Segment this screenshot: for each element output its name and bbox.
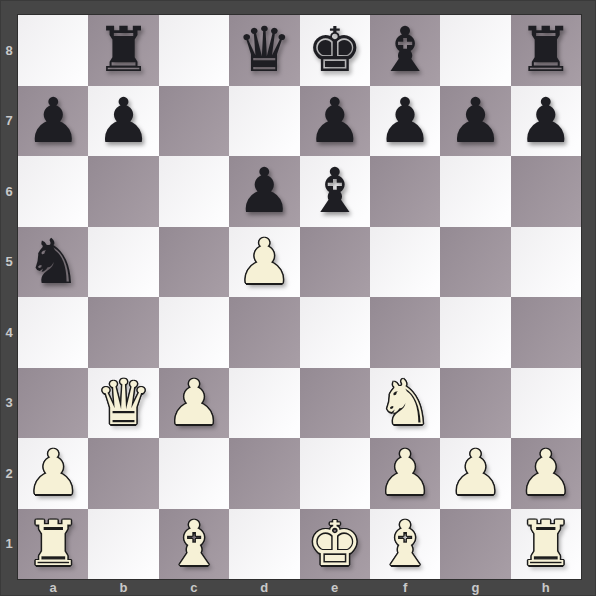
square-g2[interactable]: ♟ (440, 438, 510, 509)
square-g4[interactable] (440, 297, 510, 368)
square-e2[interactable] (300, 438, 370, 509)
file-label-b: b (88, 579, 158, 596)
black-pawn[interactable]: ♟ (237, 160, 293, 222)
square-b3[interactable]: ♛ (88, 368, 158, 439)
square-b5[interactable] (88, 227, 158, 298)
square-g5[interactable] (440, 227, 510, 298)
square-g1[interactable] (440, 509, 510, 580)
square-h2[interactable]: ♟ (511, 438, 581, 509)
square-c2[interactable] (159, 438, 229, 509)
square-h1[interactable]: ♜ (511, 509, 581, 580)
square-c7[interactable] (159, 86, 229, 157)
square-f7[interactable]: ♟ (370, 86, 440, 157)
rank-label-5: 5 (0, 227, 18, 298)
square-h5[interactable] (511, 227, 581, 298)
square-e5[interactable] (300, 227, 370, 298)
white-pawn[interactable]: ♟ (166, 372, 222, 434)
black-rook[interactable]: ♜ (518, 19, 574, 81)
square-b4[interactable] (88, 297, 158, 368)
black-bishop[interactable]: ♝ (377, 19, 433, 81)
square-e1[interactable]: ♚ (300, 509, 370, 580)
rank-label-7: 7 (0, 86, 18, 157)
square-e4[interactable] (300, 297, 370, 368)
square-f4[interactable] (370, 297, 440, 368)
chess-board: ♜♛♚♝♜♟♟♟♟♟♟♟♝♞♟♛♟♞♟♟♟♟♜♝♚♝♜ (18, 15, 581, 579)
square-d7[interactable] (229, 86, 299, 157)
square-b2[interactable] (88, 438, 158, 509)
square-d4[interactable] (229, 297, 299, 368)
rank-label-8: 8 (0, 15, 18, 86)
square-e3[interactable] (300, 368, 370, 439)
white-pawn[interactable]: ♟ (448, 442, 504, 504)
white-pawn[interactable]: ♟ (237, 231, 293, 293)
square-e7[interactable]: ♟ (300, 86, 370, 157)
square-a7[interactable]: ♟ (18, 86, 88, 157)
square-d1[interactable] (229, 509, 299, 580)
white-rook[interactable]: ♜ (25, 513, 81, 575)
file-label-g: g (440, 579, 510, 596)
square-h6[interactable] (511, 156, 581, 227)
square-b8[interactable]: ♜ (88, 15, 158, 86)
square-a3[interactable] (18, 368, 88, 439)
rank-label-2: 2 (0, 438, 18, 509)
file-label-h: h (511, 579, 581, 596)
square-b7[interactable]: ♟ (88, 86, 158, 157)
square-c1[interactable]: ♝ (159, 509, 229, 580)
square-f6[interactable] (370, 156, 440, 227)
square-d5[interactable]: ♟ (229, 227, 299, 298)
black-queen[interactable]: ♛ (237, 19, 293, 81)
square-h8[interactable]: ♜ (511, 15, 581, 86)
white-king[interactable]: ♚ (307, 513, 363, 575)
square-f5[interactable] (370, 227, 440, 298)
square-a8[interactable] (18, 15, 88, 86)
rank-label-3: 3 (0, 368, 18, 439)
square-h7[interactable]: ♟ (511, 86, 581, 157)
square-c5[interactable] (159, 227, 229, 298)
black-knight[interactable]: ♞ (25, 231, 81, 293)
white-knight[interactable]: ♞ (377, 372, 433, 434)
rank-label-6: 6 (0, 156, 18, 227)
square-f2[interactable]: ♟ (370, 438, 440, 509)
square-d6[interactable]: ♟ (229, 156, 299, 227)
white-bishop[interactable]: ♝ (377, 513, 433, 575)
black-bishop[interactable]: ♝ (307, 160, 363, 222)
square-c8[interactable] (159, 15, 229, 86)
square-a2[interactable]: ♟ (18, 438, 88, 509)
square-h3[interactable] (511, 368, 581, 439)
square-b6[interactable] (88, 156, 158, 227)
square-g6[interactable] (440, 156, 510, 227)
square-g7[interactable]: ♟ (440, 86, 510, 157)
square-e8[interactable]: ♚ (300, 15, 370, 86)
black-pawn[interactable]: ♟ (307, 90, 363, 152)
square-d2[interactable] (229, 438, 299, 509)
rank-labels: 87654321 (0, 15, 18, 579)
rank-label-4: 4 (0, 297, 18, 368)
file-label-a: a (18, 579, 88, 596)
square-a5[interactable]: ♞ (18, 227, 88, 298)
black-rook[interactable]: ♜ (96, 19, 152, 81)
black-pawn[interactable]: ♟ (518, 90, 574, 152)
square-f3[interactable]: ♞ (370, 368, 440, 439)
black-pawn[interactable]: ♟ (448, 90, 504, 152)
square-c6[interactable] (159, 156, 229, 227)
square-f8[interactable]: ♝ (370, 15, 440, 86)
square-d8[interactable]: ♛ (229, 15, 299, 86)
chessboard-frame: 87654321 abcdefgh ♜♛♚♝♜♟♟♟♟♟♟♟♝♞♟♛♟♞♟♟♟♟… (0, 0, 596, 596)
black-pawn[interactable]: ♟ (96, 90, 152, 152)
square-e6[interactable]: ♝ (300, 156, 370, 227)
square-g3[interactable] (440, 368, 510, 439)
rank-label-1: 1 (0, 509, 18, 580)
white-queen[interactable]: ♛ (96, 372, 152, 434)
white-pawn[interactable]: ♟ (518, 442, 574, 504)
white-pawn[interactable]: ♟ (25, 442, 81, 504)
white-pawn[interactable]: ♟ (377, 442, 433, 504)
file-label-f: f (370, 579, 440, 596)
square-a1[interactable]: ♜ (18, 509, 88, 580)
black-king[interactable]: ♚ (307, 19, 363, 81)
file-label-c: c (159, 579, 229, 596)
square-c4[interactable] (159, 297, 229, 368)
square-a4[interactable] (18, 297, 88, 368)
white-rook[interactable]: ♜ (518, 513, 574, 575)
file-label-d: d (229, 579, 299, 596)
black-pawn[interactable]: ♟ (25, 90, 81, 152)
square-b1[interactable] (88, 509, 158, 580)
square-f1[interactable]: ♝ (370, 509, 440, 580)
file-labels: abcdefgh (18, 579, 581, 596)
square-c3[interactable]: ♟ (159, 368, 229, 439)
white-bishop[interactable]: ♝ (166, 513, 222, 575)
square-d3[interactable] (229, 368, 299, 439)
square-g8[interactable] (440, 15, 510, 86)
black-pawn[interactable]: ♟ (377, 90, 433, 152)
file-label-e: e (300, 579, 370, 596)
square-a6[interactable] (18, 156, 88, 227)
square-h4[interactable] (511, 297, 581, 368)
